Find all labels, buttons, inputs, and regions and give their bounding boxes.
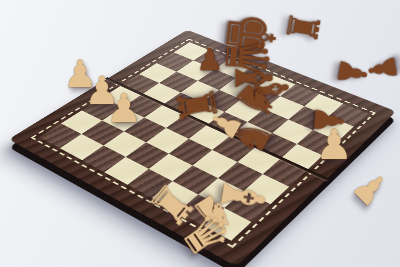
white-pawn[interactable]: ♟ [106,88,142,128]
white-pawn-fallen[interactable]: ♟ [346,164,395,213]
black-pawn-fallen[interactable]: ♟ [307,105,349,136]
photo-scene: ♟♟♟♟♟♚♛♝♝♞♜♜♞♟♟♟♟♝♜♞♛♟ [0,0,400,267]
black-pawn-fallen[interactable]: ♟ [362,53,400,85]
pieces-layer: ♟♟♟♟♟♚♛♝♝♞♜♜♞♟♟♟♟♝♜♞♛♟ [0,0,400,267]
